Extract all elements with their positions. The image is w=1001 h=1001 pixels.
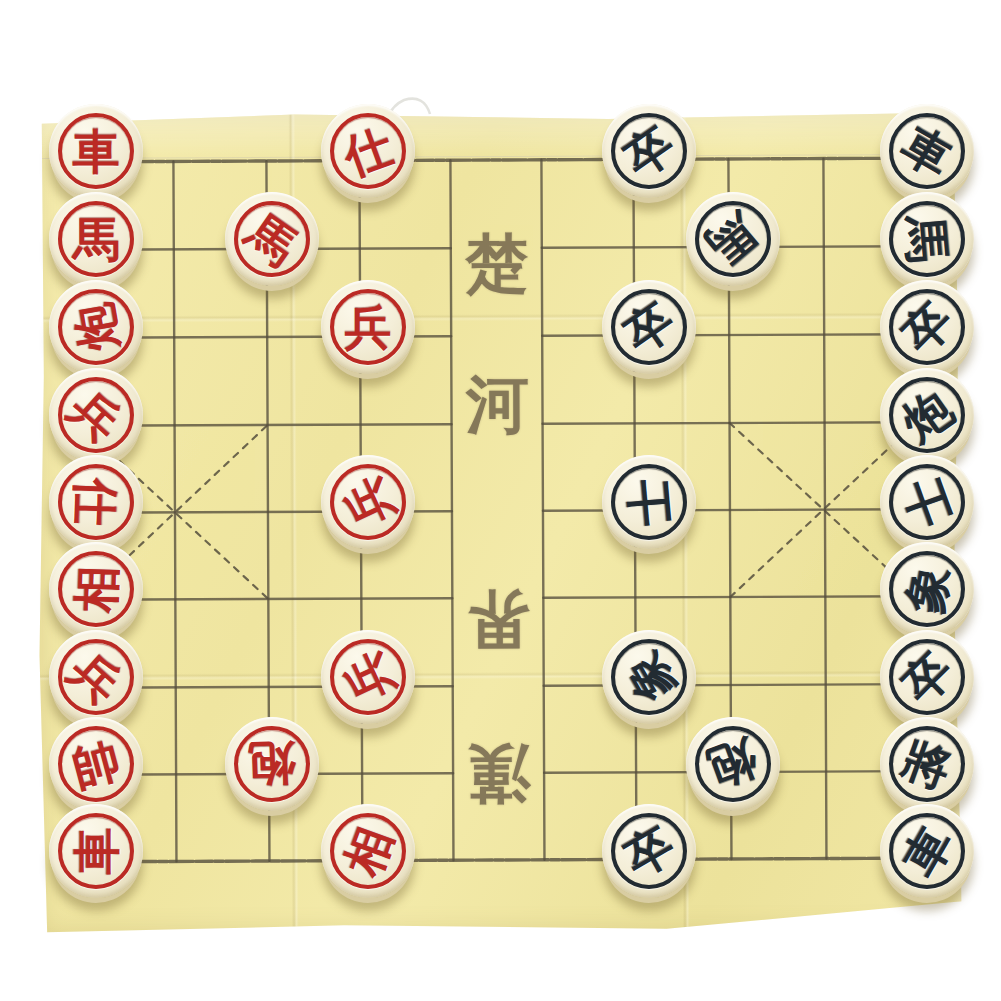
piece-black-soldier[interactable]: 卒 [880, 630, 974, 724]
piece-character: 馬 [49, 192, 143, 286]
piece-character: 卒 [585, 787, 713, 915]
piece-black-cannon[interactable]: 炮 [880, 368, 974, 462]
piece-character: 士 [598, 451, 700, 553]
piece-red-chariot[interactable]: 車 [49, 804, 143, 898]
piece-character: 馬 [667, 173, 799, 305]
piece-black-cannon[interactable]: 炮 [686, 717, 780, 811]
piece-character: 車 [49, 104, 143, 198]
piece-red-soldier[interactable]: 兵 [49, 368, 143, 462]
piece-character: 馬 [207, 174, 338, 305]
piece-character: 兵 [306, 615, 431, 740]
piece-red-advisor[interactable]: 仕 [321, 104, 415, 198]
piece-red-horse[interactable]: 馬 [49, 192, 143, 286]
piece-character: 卒 [584, 86, 715, 217]
piece-red-cannon[interactable]: 炮 [225, 717, 319, 811]
piece-black-soldier[interactable]: 卒 [602, 804, 696, 898]
pieces-layer: 車馬炮兵仕相兵帥車馬炮仕兵兵兵相卒卒士象卒馬炮車馬卒炮士象卒將車 [0, 0, 1001, 1001]
piece-red-chariot[interactable]: 車 [49, 104, 143, 198]
piece-black-elephant[interactable]: 象 [602, 630, 696, 724]
piece-character: 仕 [308, 91, 428, 211]
piece-character: 車 [863, 787, 991, 915]
piece-red-soldier[interactable]: 兵 [321, 280, 415, 374]
piece-character: 車 [49, 804, 143, 898]
piece-black-horse[interactable]: 馬 [686, 192, 780, 286]
piece-black-soldier[interactable]: 卒 [602, 280, 696, 374]
piece-character: 相 [308, 791, 428, 911]
piece-red-soldier[interactable]: 兵 [321, 630, 415, 724]
piece-character: 象 [585, 613, 713, 741]
piece-red-general[interactable]: 帥 [49, 717, 143, 811]
product-photo-stage: 楚 河 界 漢 車馬炮兵仕相兵帥車馬炮仕兵兵兵相卒卒士象卒馬炮車馬卒炮士象卒將車 [0, 0, 1001, 1001]
piece-red-horse[interactable]: 馬 [225, 192, 319, 286]
piece-character: 炮 [223, 715, 320, 812]
piece-character: 兵 [306, 440, 431, 565]
piece-red-soldier[interactable]: 兵 [321, 455, 415, 549]
piece-black-chariot[interactable]: 車 [880, 804, 974, 898]
piece-red-advisor[interactable]: 仕 [49, 455, 143, 549]
piece-character: 仕 [47, 453, 144, 550]
piece-black-chariot[interactable]: 車 [880, 104, 974, 198]
piece-black-advisor[interactable]: 士 [602, 455, 696, 549]
piece-character: 卒 [584, 262, 715, 393]
piece-character: 兵 [321, 280, 415, 374]
piece-black-soldier[interactable]: 卒 [602, 104, 696, 198]
piece-character: 炮 [673, 704, 793, 824]
piece-red-elephant[interactable]: 相 [321, 804, 415, 898]
